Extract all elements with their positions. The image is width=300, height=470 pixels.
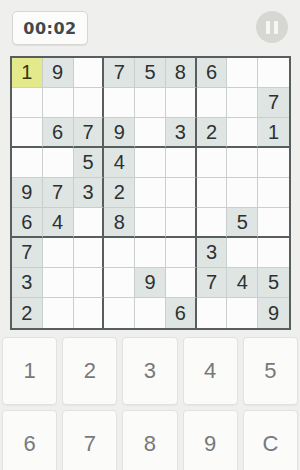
cell-r5c9[interactable] [258,178,289,208]
cell-r1c8[interactable] [227,58,258,88]
cell-r7c5[interactable] [135,238,166,268]
cell-r4c1[interactable] [12,148,43,178]
cell-r5c2[interactable]: 7 [43,178,74,208]
cell-r2c8[interactable] [227,88,258,118]
cell-r1c3[interactable] [74,58,105,88]
cell-r9c8[interactable] [227,298,258,328]
cell-r7c7[interactable]: 3 [197,238,228,268]
cell-r8c3[interactable] [74,268,105,298]
cell-r9c1[interactable]: 2 [12,298,43,328]
cell-r3c1[interactable] [12,118,43,148]
pause-icon [266,21,278,34]
cell-r5c6[interactable] [166,178,197,208]
cell-r6c6[interactable] [166,208,197,238]
cell-r5c8[interactable] [227,178,258,208]
cell-r8c7[interactable]: 7 [197,268,228,298]
cell-r2c1[interactable] [12,88,43,118]
cell-r9c2[interactable] [43,298,74,328]
cell-r5c4[interactable]: 2 [104,178,135,208]
cell-r6c1[interactable]: 6 [12,208,43,238]
key-4[interactable]: 4 [183,337,238,405]
cell-r3c8[interactable] [227,118,258,148]
cell-r8c4[interactable] [104,268,135,298]
cell-r2c2[interactable] [43,88,74,118]
key-9[interactable]: 9 [183,410,238,470]
cell-r6c2[interactable]: 4 [43,208,74,238]
cell-r9c5[interactable] [135,298,166,328]
cell-r4c4[interactable]: 4 [104,148,135,178]
cell-r9c6[interactable]: 6 [166,298,197,328]
cell-r3c3[interactable]: 7 [74,118,105,148]
cell-r6c4[interactable]: 8 [104,208,135,238]
key-1[interactable]: 1 [2,337,57,405]
cell-r4c9[interactable] [258,148,289,178]
number-keypad: 123456789C [2,337,298,470]
sudoku-board: 197586767932154973264857339745269 [10,56,291,330]
cell-r2c7[interactable] [197,88,228,118]
cell-r2c4[interactable] [104,88,135,118]
cell-r4c5[interactable] [135,148,166,178]
cell-r7c3[interactable] [74,238,105,268]
cell-r9c4[interactable] [104,298,135,328]
cell-r3c2[interactable]: 6 [43,118,74,148]
cell-r1c2[interactable]: 9 [43,58,74,88]
key-2[interactable]: 2 [62,337,117,405]
cell-r3c9[interactable]: 1 [258,118,289,148]
cell-r8c9[interactable]: 5 [258,268,289,298]
cell-r6c7[interactable] [197,208,228,238]
cell-r7c6[interactable] [166,238,197,268]
cell-r4c2[interactable] [43,148,74,178]
cell-r6c3[interactable] [74,208,105,238]
cell-r1c7[interactable]: 6 [197,58,228,88]
cell-r9c9[interactable]: 9 [258,298,289,328]
cell-r1c6[interactable]: 8 [166,58,197,88]
cell-r3c5[interactable] [135,118,166,148]
key-8[interactable]: 8 [122,410,177,470]
cell-r1c9[interactable] [258,58,289,88]
cell-r3c6[interactable]: 3 [166,118,197,148]
cell-r2c6[interactable] [166,88,197,118]
sudoku-app: 00:02 197586767932154973264857339745269 … [0,0,300,470]
cell-r8c1[interactable]: 3 [12,268,43,298]
cell-r4c7[interactable] [197,148,228,178]
cell-r3c4[interactable]: 9 [104,118,135,148]
timer-value: 00:02 [23,19,76,38]
cell-r5c5[interactable] [135,178,166,208]
cell-r6c9[interactable] [258,208,289,238]
key-3[interactable]: 3 [122,337,177,405]
cell-r8c5[interactable]: 9 [135,268,166,298]
cell-r7c1[interactable]: 7 [12,238,43,268]
cell-r2c5[interactable] [135,88,166,118]
cell-r6c8[interactable]: 5 [227,208,258,238]
cell-r9c3[interactable] [74,298,105,328]
cell-r1c1[interactable]: 1 [12,58,43,88]
key-6[interactable]: 6 [2,410,57,470]
cell-r8c8[interactable]: 4 [227,268,258,298]
key-5[interactable]: 5 [243,337,298,405]
cell-r4c6[interactable] [166,148,197,178]
cell-r8c2[interactable] [43,268,74,298]
cell-r1c5[interactable]: 5 [135,58,166,88]
cell-r2c9[interactable]: 7 [258,88,289,118]
cell-r5c3[interactable]: 3 [74,178,105,208]
cell-r9c7[interactable] [197,298,228,328]
cell-r7c2[interactable] [43,238,74,268]
timer: 00:02 [12,11,88,45]
cell-r4c3[interactable]: 5 [74,148,105,178]
cell-r5c1[interactable]: 9 [12,178,43,208]
cell-r5c7[interactable] [197,178,228,208]
key-7[interactable]: 7 [62,410,117,470]
pause-button[interactable] [256,11,288,43]
cell-r6c5[interactable] [135,208,166,238]
cell-r7c9[interactable] [258,238,289,268]
cell-r8c6[interactable] [166,268,197,298]
cell-r2c3[interactable] [74,88,105,118]
cell-r4c8[interactable] [227,148,258,178]
cell-r1c4[interactable]: 7 [104,58,135,88]
cell-r3c7[interactable]: 2 [197,118,228,148]
cell-r7c4[interactable] [104,238,135,268]
key-clear[interactable]: C [243,410,298,470]
cell-r7c8[interactable] [227,238,258,268]
